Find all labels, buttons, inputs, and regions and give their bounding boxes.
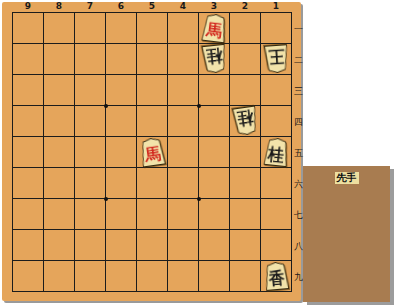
shogi-piece-gote-3二[interactable]: 桂: [200, 44, 228, 74]
file-label-9: 9: [25, 1, 31, 11]
board-cell-5六[interactable]: [137, 168, 167, 198]
board-cell-2三[interactable]: [230, 75, 260, 105]
piece-kanji: 桂: [267, 141, 285, 164]
board-cell-6四[interactable]: [106, 106, 136, 136]
board-cell-4八[interactable]: [168, 230, 198, 260]
board-cell-3六[interactable]: [199, 168, 229, 198]
board-cell-1一[interactable]: [261, 13, 291, 43]
rank-label-1: 一: [294, 23, 303, 36]
rank-label-3: 三: [294, 85, 303, 98]
board-cell-4七[interactable]: [168, 199, 198, 229]
board-cell-5一[interactable]: [137, 13, 167, 43]
hoshi-dot: [197, 197, 201, 201]
board-cell-4六[interactable]: [168, 168, 198, 198]
board-cell-4五[interactable]: [168, 137, 198, 167]
board-cell-8二[interactable]: [44, 44, 74, 74]
board-cell-5七[interactable]: [137, 199, 167, 229]
board-cell-9三[interactable]: [13, 75, 43, 105]
board-cell-4一[interactable]: [168, 13, 198, 43]
board-cell-4三[interactable]: [168, 75, 198, 105]
board-cell-7三[interactable]: [75, 75, 105, 105]
board-cell-9九[interactable]: [13, 261, 43, 291]
board-cell-9七[interactable]: [13, 199, 43, 229]
board-cell-3九[interactable]: [199, 261, 229, 291]
board-cell-2一[interactable]: [230, 13, 260, 43]
shogi-piece-gote-1二[interactable]: 王: [263, 44, 290, 74]
rank-label-4: 四: [294, 116, 303, 129]
file-label-1: 1: [273, 1, 279, 11]
shogi-piece-sente-5五[interactable]: 馬: [138, 136, 167, 167]
board-cell-2六[interactable]: [230, 168, 260, 198]
board-cell-5九[interactable]: [137, 261, 167, 291]
file-label-2: 2: [242, 1, 248, 11]
board-cell-1六[interactable]: [261, 168, 291, 198]
board-cell-7二[interactable]: [75, 44, 105, 74]
piece-kanji: 桂: [205, 48, 223, 71]
file-label-5: 5: [149, 1, 155, 11]
piece-kanji: 香: [267, 265, 285, 287]
piece-kanji: 馬: [143, 140, 162, 163]
sente-hand-panel: 先手: [303, 166, 390, 302]
rank-label-8: 八: [294, 240, 303, 253]
board-cell-6三[interactable]: [106, 75, 136, 105]
board-cell-3七[interactable]: [199, 199, 229, 229]
board-cell-5三[interactable]: [137, 75, 167, 105]
board-cell-4九[interactable]: [168, 261, 198, 291]
board-cell-7六[interactable]: [75, 168, 105, 198]
hand-panel-label: 先手: [335, 172, 359, 184]
file-label-4: 4: [180, 1, 186, 11]
board-cell-2九[interactable]: [230, 261, 260, 291]
file-label-3: 3: [211, 1, 217, 11]
board-cell-7八[interactable]: [75, 230, 105, 260]
board-cell-7一[interactable]: [75, 13, 105, 43]
board-cell-7七[interactable]: [75, 199, 105, 229]
shogi-piece-sente-3一[interactable]: 馬: [200, 13, 228, 44]
hoshi-dot: [104, 197, 108, 201]
board-cell-8三[interactable]: [44, 75, 74, 105]
board-cell-2五[interactable]: [230, 137, 260, 167]
board-cell-3五[interactable]: [199, 137, 229, 167]
file-label-7: 7: [87, 1, 93, 11]
board-cell-1四[interactable]: [261, 106, 291, 136]
rank-label-9: 九: [294, 271, 303, 284]
rank-label-6: 六: [294, 178, 303, 191]
board-cell-3八[interactable]: [199, 230, 229, 260]
file-label-8: 8: [56, 1, 62, 11]
board-cell-9八[interactable]: [13, 230, 43, 260]
rank-label-5: 五: [294, 147, 303, 160]
hoshi-dot: [104, 104, 108, 108]
board-cell-8八[interactable]: [44, 230, 74, 260]
board-cell-5二[interactable]: [137, 44, 167, 74]
board-cell-8六[interactable]: [44, 168, 74, 198]
board-cell-9一[interactable]: [13, 13, 43, 43]
board-cell-9二[interactable]: [13, 44, 43, 74]
shogi-piece-sente-1五[interactable]: 桂: [262, 137, 290, 167]
board-cell-3四[interactable]: [199, 106, 229, 136]
board-cell-6八[interactable]: [106, 230, 136, 260]
board-cell-7四[interactable]: [75, 106, 105, 136]
rank-label-7: 七: [294, 209, 303, 222]
board-cell-6七[interactable]: [106, 199, 136, 229]
board-cell-9六[interactable]: [13, 168, 43, 198]
board-cell-6二[interactable]: [106, 44, 136, 74]
board-cell-2二[interactable]: [230, 44, 260, 74]
board-cell-6五[interactable]: [106, 137, 136, 167]
board-cell-8五[interactable]: [44, 137, 74, 167]
rank-label-2: 二: [294, 54, 303, 67]
board-cell-4四[interactable]: [168, 106, 198, 136]
board-cell-1八[interactable]: [261, 230, 291, 260]
board-cell-2八[interactable]: [230, 230, 260, 260]
board-cell-3三[interactable]: [199, 75, 229, 105]
piece-kanji: 馬: [205, 17, 223, 40]
board-cell-8七[interactable]: [44, 199, 74, 229]
board-cell-8九[interactable]: [44, 261, 74, 291]
board-cell-7九[interactable]: [75, 261, 105, 291]
file-label-6: 6: [118, 1, 124, 11]
piece-kanji: 桂: [236, 109, 255, 132]
board-cell-4二[interactable]: [168, 44, 198, 74]
board-cell-6一[interactable]: [106, 13, 136, 43]
shogi-board: 987654321一二三四五六七八九 馬桂王桂馬桂香: [2, 2, 301, 301]
board-cell-5八[interactable]: [137, 230, 167, 260]
board-cell-8四[interactable]: [44, 106, 74, 136]
board-cell-8一[interactable]: [44, 13, 74, 43]
piece-kanji: 王: [267, 48, 284, 70]
board-cell-5四[interactable]: [137, 106, 167, 136]
shogi-piece-sente-1九[interactable]: 香: [262, 261, 289, 291]
board-cell-6六[interactable]: [106, 168, 136, 198]
board-cell-9五[interactable]: [13, 137, 43, 167]
hoshi-dot: [197, 104, 201, 108]
board-cell-1七[interactable]: [261, 199, 291, 229]
shogi-piece-gote-2四[interactable]: 桂: [231, 105, 260, 136]
board-cell-1三[interactable]: [261, 75, 291, 105]
board-cell-6九[interactable]: [106, 261, 136, 291]
board-cell-2七[interactable]: [230, 199, 260, 229]
board-cell-7五[interactable]: [75, 137, 105, 167]
board-cell-9四[interactable]: [13, 106, 43, 136]
